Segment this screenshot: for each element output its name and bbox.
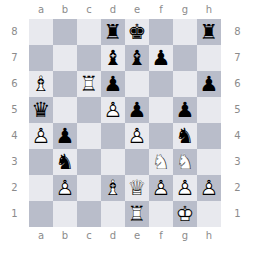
- piece-black-pawn[interactable]: ♟: [173, 97, 197, 123]
- square-a4[interactable]: ♟♙: [29, 123, 53, 149]
- piece-white-pawn[interactable]: ♟♙: [29, 123, 53, 149]
- square-c5[interactable]: [77, 97, 101, 123]
- square-a1[interactable]: [29, 201, 53, 227]
- piece-outline-glyph: ♙: [149, 175, 173, 201]
- square-f2[interactable]: ♟♙: [149, 175, 173, 201]
- square-b3[interactable]: ♞: [53, 149, 77, 175]
- rank-label-right-7: 7: [221, 45, 254, 71]
- piece-black-knight[interactable]: ♞: [173, 123, 197, 149]
- rank-label-right-1: 1: [221, 201, 254, 227]
- file-label-bottom-g: g: [173, 227, 197, 255]
- square-e4[interactable]: ♟♙: [125, 123, 149, 149]
- square-d5[interactable]: ♟♙: [101, 97, 125, 123]
- piece-black-knight[interactable]: ♞: [53, 149, 77, 175]
- piece-outline-glyph: ♙: [125, 123, 149, 149]
- square-d3[interactable]: [101, 149, 125, 175]
- square-g8[interactable]: [173, 19, 197, 45]
- chess-diagram: abcdefgh 87654321 ♜♚♜♝♝♟♝♗♜♖♟♟♛♟♙♟♟♟♙♟♟♙…: [0, 0, 254, 255]
- rank-label-right-4: 4: [221, 123, 254, 149]
- piece-white-king[interactable]: ♚♔: [173, 201, 197, 227]
- piece-outline-glyph: ♔: [173, 201, 197, 227]
- piece-outline-glyph: ♙: [173, 175, 197, 201]
- square-b4[interactable]: ♟: [53, 123, 77, 149]
- file-label-top-b: b: [53, 0, 77, 19]
- piece-outline-glyph: ♙: [101, 97, 125, 123]
- rank-labels-right: 87654321: [221, 19, 254, 227]
- square-e8[interactable]: ♚: [125, 19, 149, 45]
- rank-labels-left: 87654321: [0, 19, 29, 227]
- square-h4[interactable]: [197, 123, 221, 149]
- piece-black-rook[interactable]: ♜: [197, 19, 221, 45]
- piece-outline-glyph: ♘: [173, 149, 197, 175]
- piece-black-bishop[interactable]: ♝: [101, 45, 125, 71]
- square-f4[interactable]: [149, 123, 173, 149]
- square-c2[interactable]: [77, 175, 101, 201]
- rank-label-left-4: 4: [0, 123, 29, 149]
- piece-white-pawn[interactable]: ♟♙: [197, 175, 221, 201]
- rank-label-left-5: 5: [0, 97, 29, 123]
- piece-black-rook[interactable]: ♜: [101, 19, 125, 45]
- square-e5[interactable]: ♟: [125, 97, 149, 123]
- file-label-bottom-a: a: [29, 227, 53, 255]
- square-b2[interactable]: ♟♙: [53, 175, 77, 201]
- rank-label-left-8: 8: [0, 19, 29, 45]
- file-label-bottom-e: e: [125, 227, 149, 255]
- square-b1[interactable]: [53, 201, 77, 227]
- piece-glyph: ♟: [53, 123, 77, 149]
- square-g2[interactable]: ♟♙: [173, 175, 197, 201]
- file-label-bottom-d: d: [101, 227, 125, 255]
- file-label-bottom-b: b: [53, 227, 77, 255]
- chessboard: ♜♚♜♝♝♟♝♗♜♖♟♟♛♟♙♟♟♟♙♟♟♙♞♞♞♘♞♘♟♙♝♗♛♕♟♙♟♙♟♙…: [29, 19, 221, 227]
- square-h1[interactable]: [197, 201, 221, 227]
- piece-white-pawn[interactable]: ♟♙: [149, 175, 173, 201]
- square-a5[interactable]: ♛: [29, 97, 53, 123]
- piece-glyph: ♜: [197, 19, 221, 45]
- square-f1[interactable]: [149, 201, 173, 227]
- file-label-top-e: e: [125, 0, 149, 19]
- piece-outline-glyph: ♙: [53, 175, 77, 201]
- square-c3[interactable]: [77, 149, 101, 175]
- square-f5[interactable]: [149, 97, 173, 123]
- piece-white-pawn[interactable]: ♟♙: [101, 97, 125, 123]
- file-label-top-c: c: [77, 0, 101, 19]
- square-h6[interactable]: ♟: [197, 71, 221, 97]
- square-g6[interactable]: [173, 71, 197, 97]
- rank-label-left-6: 6: [0, 71, 29, 97]
- file-label-bottom-c: c: [77, 227, 101, 255]
- square-c7[interactable]: [77, 45, 101, 71]
- file-label-top-a: a: [29, 0, 53, 19]
- rank-label-left-7: 7: [0, 45, 29, 71]
- rank-label-right-2: 2: [221, 175, 254, 201]
- piece-outline-glyph: ♙: [197, 175, 221, 201]
- piece-outline-glyph: ♙: [29, 123, 53, 149]
- piece-outline-glyph: ♕: [125, 175, 149, 201]
- square-e1[interactable]: ♜♖: [125, 201, 149, 227]
- piece-outline-glyph: ♗: [29, 71, 53, 97]
- piece-glyph: ♞: [173, 123, 197, 149]
- square-h7[interactable]: [197, 45, 221, 71]
- piece-glyph: ♞: [53, 149, 77, 175]
- rank-label-left-3: 3: [0, 149, 29, 175]
- square-c1[interactable]: [77, 201, 101, 227]
- square-e2[interactable]: ♛♕: [125, 175, 149, 201]
- piece-glyph: ♜: [101, 19, 125, 45]
- square-f8[interactable]: [149, 19, 173, 45]
- piece-black-pawn[interactable]: ♟: [149, 45, 173, 71]
- file-label-bottom-f: f: [149, 227, 173, 255]
- piece-glyph: ♚: [125, 19, 149, 45]
- piece-outline-glyph: ♘: [149, 149, 173, 175]
- piece-black-king[interactable]: ♚: [125, 19, 149, 45]
- corner-bottom-right: [221, 227, 254, 255]
- piece-glyph: ♝: [125, 45, 149, 71]
- file-label-top-g: g: [173, 0, 197, 19]
- square-b7[interactable]: [53, 45, 77, 71]
- square-e6[interactable]: [125, 71, 149, 97]
- piece-white-knight[interactable]: ♞♘: [149, 149, 173, 175]
- piece-white-bishop[interactable]: ♝♗: [101, 175, 125, 201]
- square-a3[interactable]: [29, 149, 53, 175]
- square-g5[interactable]: ♟: [173, 97, 197, 123]
- square-e3[interactable]: [125, 149, 149, 175]
- square-g3[interactable]: ♞♘: [173, 149, 197, 175]
- piece-black-queen[interactable]: ♛: [29, 97, 53, 123]
- rank-label-right-3: 3: [221, 149, 254, 175]
- piece-outline-glyph: ♖: [125, 201, 149, 227]
- square-a2[interactable]: [29, 175, 53, 201]
- piece-glyph: ♟: [173, 97, 197, 123]
- piece-white-pawn[interactable]: ♟♙: [53, 175, 77, 201]
- piece-outline-glyph: ♖: [77, 71, 101, 97]
- square-h5[interactable]: [197, 97, 221, 123]
- square-g4[interactable]: ♞: [173, 123, 197, 149]
- square-b8[interactable]: [53, 19, 77, 45]
- rank-label-left-1: 1: [0, 201, 29, 227]
- square-a6[interactable]: ♝♗: [29, 71, 53, 97]
- piece-glyph: ♟: [125, 97, 149, 123]
- square-f6[interactable]: [149, 71, 173, 97]
- rank-label-right-5: 5: [221, 97, 254, 123]
- square-b6[interactable]: [53, 71, 77, 97]
- square-h8[interactable]: ♜: [197, 19, 221, 45]
- piece-white-bishop[interactable]: ♝♗: [29, 71, 53, 97]
- square-d1[interactable]: [101, 201, 125, 227]
- piece-white-rook[interactable]: ♜♖: [125, 201, 149, 227]
- piece-outline-glyph: ♗: [101, 175, 125, 201]
- piece-white-pawn[interactable]: ♟♙: [125, 123, 149, 149]
- piece-white-rook[interactable]: ♜♖: [77, 71, 101, 97]
- piece-white-knight[interactable]: ♞♘: [173, 149, 197, 175]
- square-f3[interactable]: ♞♘: [149, 149, 173, 175]
- piece-white-queen[interactable]: ♛♕: [125, 175, 149, 201]
- piece-black-pawn[interactable]: ♟: [101, 71, 125, 97]
- corner-bottom-left: [0, 227, 29, 255]
- square-a8[interactable]: [29, 19, 53, 45]
- square-b5[interactable]: [53, 97, 77, 123]
- piece-black-pawn[interactable]: ♟: [125, 97, 149, 123]
- piece-glyph: ♛: [29, 97, 53, 123]
- square-f7[interactable]: ♟: [149, 45, 173, 71]
- file-labels-bottom: abcdefgh: [29, 227, 221, 255]
- square-g1[interactable]: ♚♔: [173, 201, 197, 227]
- file-label-top-h: h: [197, 0, 221, 19]
- piece-glyph: ♟: [149, 45, 173, 71]
- rank-label-left-2: 2: [0, 175, 29, 201]
- square-a7[interactable]: [29, 45, 53, 71]
- piece-black-pawn[interactable]: ♟: [197, 71, 221, 97]
- corner-top-left: [0, 0, 29, 19]
- square-g7[interactable]: [173, 45, 197, 71]
- square-d2[interactable]: ♝♗: [101, 175, 125, 201]
- square-d4[interactable]: [101, 123, 125, 149]
- piece-glyph: ♝: [101, 45, 125, 71]
- file-labels-top: abcdefgh: [29, 0, 221, 19]
- piece-white-pawn[interactable]: ♟♙: [173, 175, 197, 201]
- square-d6[interactable]: ♟: [101, 71, 125, 97]
- square-d7[interactable]: ♝: [101, 45, 125, 71]
- square-c4[interactable]: [77, 123, 101, 149]
- rank-label-right-8: 8: [221, 19, 254, 45]
- piece-black-bishop[interactable]: ♝: [125, 45, 149, 71]
- rank-label-right-6: 6: [221, 71, 254, 97]
- square-h2[interactable]: ♟♙: [197, 175, 221, 201]
- square-e7[interactable]: ♝: [125, 45, 149, 71]
- square-c6[interactable]: ♜♖: [77, 71, 101, 97]
- square-c8[interactable]: [77, 19, 101, 45]
- piece-black-pawn[interactable]: ♟: [53, 123, 77, 149]
- file-label-top-f: f: [149, 0, 173, 19]
- piece-glyph: ♟: [197, 71, 221, 97]
- square-d8[interactable]: ♜: [101, 19, 125, 45]
- corner-top-right: [221, 0, 254, 19]
- piece-glyph: ♟: [101, 71, 125, 97]
- file-label-bottom-h: h: [197, 227, 221, 255]
- square-h3[interactable]: [197, 149, 221, 175]
- file-label-top-d: d: [101, 0, 125, 19]
